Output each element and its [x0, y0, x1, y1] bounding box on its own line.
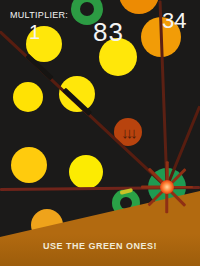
banner-hint-text: USE THE GREEN ONES!: [0, 241, 200, 251]
multiplier-label: MULTIPLIER:: [10, 10, 68, 20]
counter-value: 34: [162, 8, 186, 34]
multiplier-value: 1: [29, 21, 40, 44]
game-screen: ↓↓↓ MULTIPLIER: 1 83 34 USE THE GREEN ON…: [0, 0, 200, 266]
hud-layer: MULTIPLIER: 1 83 34 USE THE GREEN ONES!: [0, 0, 200, 266]
score-value: 83: [93, 17, 124, 48]
